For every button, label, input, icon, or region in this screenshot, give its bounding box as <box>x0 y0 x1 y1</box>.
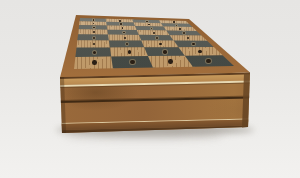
peg-hole <box>159 43 162 46</box>
peg-hole <box>206 59 211 64</box>
peg-hole <box>124 37 126 39</box>
peg-hole <box>93 23 95 25</box>
box-front-detail <box>59 72 254 135</box>
peg-hole <box>123 32 125 34</box>
peg-hole <box>179 28 181 30</box>
peg-hole <box>192 43 195 46</box>
peg-hole <box>122 27 124 29</box>
peg-hole <box>148 24 150 26</box>
peg-hole <box>151 28 153 30</box>
peg-hole <box>120 23 122 25</box>
peg-hole <box>198 50 202 54</box>
peg-hole <box>130 60 135 65</box>
peg-hole <box>168 59 173 64</box>
peg-hole <box>93 51 97 55</box>
peg-hole <box>93 27 95 29</box>
peg-hole <box>93 31 95 33</box>
peg-hole <box>92 60 97 65</box>
peg-hole <box>128 50 132 54</box>
peg-hole <box>126 43 129 46</box>
peg-hole <box>93 19 95 21</box>
peg-hole <box>119 20 121 22</box>
peg-hole <box>146 21 148 23</box>
peg-hole <box>187 37 189 39</box>
peg-hole <box>173 21 175 23</box>
peg-hole <box>163 50 167 54</box>
scene <box>0 0 300 178</box>
peg-hole <box>93 37 95 39</box>
peg-hole <box>153 32 155 34</box>
peg-hole <box>176 25 178 27</box>
peg-hole <box>183 32 185 34</box>
peg-hole <box>156 37 158 39</box>
peg-hole <box>93 43 96 46</box>
